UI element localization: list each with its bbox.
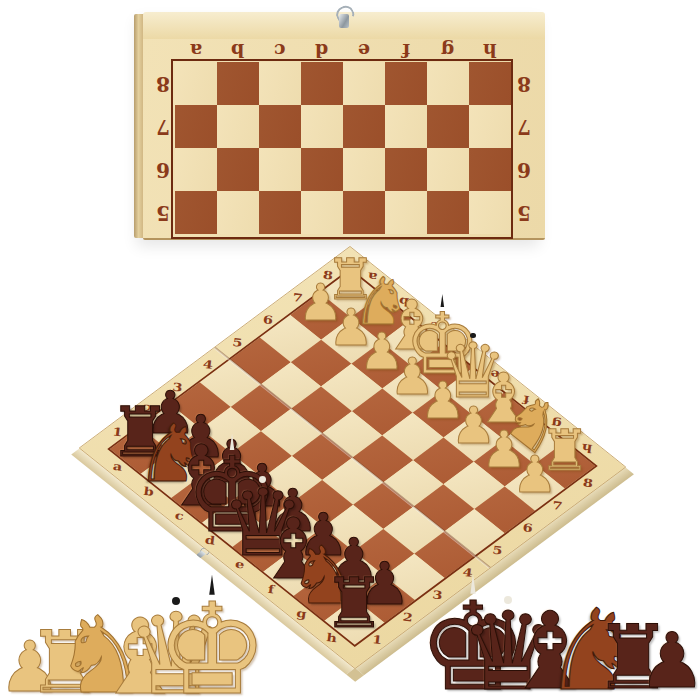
box-corner: [511, 39, 536, 62]
box-square: [469, 191, 511, 234]
box-rank-label: 8: [150, 62, 175, 105]
box-square: [343, 148, 385, 191]
box-square: [217, 62, 259, 105]
box-square: [259, 62, 301, 105]
box-square: [301, 105, 343, 148]
box-rank-label: 6: [150, 148, 175, 191]
lineup-dark-P[interactable]: ♟: [638, 623, 700, 699]
box-square: [343, 105, 385, 148]
box-file-label: b: [217, 39, 259, 62]
king-spike-finial: [440, 294, 445, 308]
lineup-light-K[interactable]: ♚: [156, 587, 269, 700]
box-file-label: c: [259, 39, 301, 62]
closed-chess-box: abcdefgh88776655: [143, 12, 545, 238]
box-square: [175, 148, 217, 191]
box-corner: [150, 39, 175, 62]
box-clasp-icon: [336, 6, 352, 32]
box-rank-label: 7: [150, 105, 175, 148]
box-square: [385, 62, 427, 105]
product-photo-chess-set: abcdefgh88776655 abcdefgh abcdefgh 87654…: [0, 0, 700, 700]
box-lid-checkerboard: abcdefgh88776655: [143, 39, 545, 240]
box-square: [259, 105, 301, 148]
box-rank-label: 8: [511, 62, 536, 105]
box-file-label: h: [469, 39, 511, 62]
box-square: [385, 191, 427, 234]
box-square: [217, 105, 259, 148]
box-square: [385, 148, 427, 191]
box-square: [427, 105, 469, 148]
box-file-label: g: [427, 39, 469, 62]
queen-ball-finial: [504, 596, 512, 604]
box-square: [259, 191, 301, 234]
box-square: [427, 191, 469, 234]
box-square: [175, 191, 217, 234]
box-square: [301, 148, 343, 191]
box-square: [301, 191, 343, 234]
box-rank-label: 5: [511, 191, 536, 234]
box-square: [301, 62, 343, 105]
box-square: [385, 105, 427, 148]
box-square: [427, 148, 469, 191]
box-square: [469, 148, 511, 191]
box-rank-label: 5: [150, 191, 175, 234]
box-square: [175, 105, 217, 148]
box-square: [217, 148, 259, 191]
box-square: [343, 191, 385, 234]
box-file-label: f: [385, 39, 427, 62]
box-rank-label: 7: [511, 105, 536, 148]
box-square: [469, 62, 511, 105]
box-back-panel: [143, 12, 545, 40]
box-file-label: a: [175, 39, 217, 62]
box-board: abcdefgh88776655: [150, 39, 538, 236]
box-rank-label: 6: [511, 148, 536, 191]
queen-ball-finial: [470, 333, 476, 339]
box-square: [259, 148, 301, 191]
box-square: [469, 105, 511, 148]
box-square: [217, 191, 259, 234]
box-square: [427, 62, 469, 105]
box-square: [343, 62, 385, 105]
box-file-label: e: [343, 39, 385, 62]
box-file-label: d: [301, 39, 343, 62]
box-square: [175, 62, 217, 105]
